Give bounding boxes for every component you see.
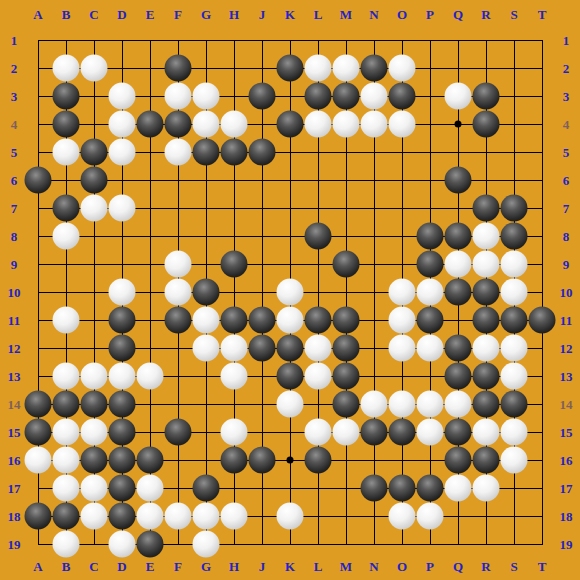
black-stone-B3[interactable] [53,83,80,110]
white-stone-F9[interactable] [165,251,192,278]
white-stone-O10[interactable] [389,279,416,306]
white-stone-L15[interactable] [305,419,332,446]
black-stone-A18[interactable] [25,503,52,530]
row-label-11-right: 11 [560,314,572,327]
black-stone-P8[interactable] [417,223,444,250]
black-stone-D16[interactable] [109,447,136,474]
row-label-19-left: 19 [8,538,21,551]
column-label-S-top: S [510,8,517,21]
column-label-G-bottom: G [201,560,211,573]
row-label-8-right: 8 [563,230,570,243]
white-stone-C15[interactable] [81,419,108,446]
white-stone-S16[interactable] [501,447,528,474]
black-stone-B4[interactable] [53,111,80,138]
black-stone-A6[interactable] [25,167,52,194]
white-stone-R8[interactable] [473,223,500,250]
black-stone-S8[interactable] [501,223,528,250]
black-stone-J3[interactable] [249,83,276,110]
black-stone-R4[interactable] [473,111,500,138]
white-stone-M4[interactable] [333,111,360,138]
black-stone-G5[interactable] [193,139,220,166]
white-stone-B15[interactable] [53,419,80,446]
column-label-Q-bottom: Q [453,560,463,573]
black-stone-Q15[interactable] [445,419,472,446]
white-stone-G19[interactable] [193,531,220,558]
column-label-D-top: D [117,8,126,21]
row-label-13-right: 13 [560,370,573,383]
white-stone-G18[interactable] [193,503,220,530]
black-stone-K13[interactable] [277,363,304,390]
white-stone-B17[interactable] [53,475,80,502]
star-point-Q4 [455,121,462,128]
black-stone-T11[interactable] [529,307,556,334]
black-stone-R7[interactable] [473,195,500,222]
row-label-1-right: 1 [563,34,570,47]
row-label-7-right: 7 [563,202,570,215]
white-stone-G11[interactable] [193,307,220,334]
black-stone-S14[interactable] [501,391,528,418]
black-stone-J11[interactable] [249,307,276,334]
white-stone-R9[interactable] [473,251,500,278]
column-label-H-bottom: H [229,560,239,573]
row-label-6-right: 6 [563,174,570,187]
row-label-18-right: 18 [560,510,573,523]
white-stone-K14[interactable] [277,391,304,418]
white-stone-F10[interactable] [165,279,192,306]
column-label-K-bottom: K [285,560,295,573]
white-stone-L2[interactable] [305,55,332,82]
black-stone-P17[interactable] [417,475,444,502]
column-label-T-bottom: T [538,560,547,573]
white-stone-O14[interactable] [389,391,416,418]
white-stone-F3[interactable] [165,83,192,110]
white-stone-S13[interactable] [501,363,528,390]
white-stone-G3[interactable] [193,83,220,110]
row-label-10-left: 10 [8,286,21,299]
white-stone-D13[interactable] [109,363,136,390]
black-stone-H9[interactable] [221,251,248,278]
row-label-2-right: 2 [563,62,570,75]
row-label-12-left: 12 [8,342,21,355]
white-stone-D4[interactable] [109,111,136,138]
row-label-3-right: 3 [563,90,570,103]
row-label-9-left: 9 [11,258,18,271]
white-stone-Q14[interactable] [445,391,472,418]
white-stone-O11[interactable] [389,307,416,334]
black-stone-A14[interactable] [25,391,52,418]
white-stone-H18[interactable] [221,503,248,530]
white-stone-H12[interactable] [221,335,248,362]
black-stone-M11[interactable] [333,307,360,334]
black-stone-K12[interactable] [277,335,304,362]
black-stone-G10[interactable] [193,279,220,306]
white-stone-N4[interactable] [361,111,388,138]
black-stone-F2[interactable] [165,55,192,82]
black-stone-C14[interactable] [81,391,108,418]
white-stone-C13[interactable] [81,363,108,390]
row-label-14-right: 14 [560,398,573,411]
black-stone-P11[interactable] [417,307,444,334]
column-label-F-bottom: F [174,560,182,573]
column-label-N-top: N [369,8,378,21]
white-stone-M15[interactable] [333,419,360,446]
black-stone-R3[interactable] [473,83,500,110]
black-stone-D17[interactable] [109,475,136,502]
white-stone-C7[interactable] [81,195,108,222]
white-stone-C2[interactable] [81,55,108,82]
black-stone-B7[interactable] [53,195,80,222]
column-label-L-top: L [314,8,323,21]
white-stone-E17[interactable] [137,475,164,502]
white-stone-O2[interactable] [389,55,416,82]
row-label-16-right: 16 [560,454,573,467]
white-stone-K18[interactable] [277,503,304,530]
white-stone-B16[interactable] [53,447,80,474]
black-stone-H16[interactable] [221,447,248,474]
black-stone-J16[interactable] [249,447,276,474]
white-stone-L12[interactable] [305,335,332,362]
black-stone-R11[interactable] [473,307,500,334]
column-label-O-top: O [397,8,407,21]
column-label-D-bottom: D [117,560,126,573]
black-stone-R14[interactable] [473,391,500,418]
row-label-18-left: 18 [8,510,21,523]
black-stone-E4[interactable] [137,111,164,138]
black-stone-S7[interactable] [501,195,528,222]
column-label-O-bottom: O [397,560,407,573]
column-label-T-top: T [538,8,547,21]
white-stone-D7[interactable] [109,195,136,222]
white-stone-H13[interactable] [221,363,248,390]
white-stone-B19[interactable] [53,531,80,558]
black-stone-Q8[interactable] [445,223,472,250]
column-label-K-top: K [285,8,295,21]
black-stone-O17[interactable] [389,475,416,502]
white-stone-K11[interactable] [277,307,304,334]
white-stone-D5[interactable] [109,139,136,166]
column-label-S-bottom: S [510,560,517,573]
column-label-M-top: M [340,8,352,21]
black-stone-L11[interactable] [305,307,332,334]
black-stone-F4[interactable] [165,111,192,138]
row-label-4-left: 4 [11,118,18,131]
column-label-A-bottom: A [33,560,42,573]
white-stone-Q9[interactable] [445,251,472,278]
black-stone-O15[interactable] [389,419,416,446]
black-stone-N17[interactable] [361,475,388,502]
row-label-2-left: 2 [11,62,18,75]
white-stone-Q3[interactable] [445,83,472,110]
white-stone-B11[interactable] [53,307,80,334]
column-label-B-bottom: B [62,560,71,573]
white-stone-S10[interactable] [501,279,528,306]
black-stone-E16[interactable] [137,447,164,474]
black-stone-L8[interactable] [305,223,332,250]
column-label-H-top: H [229,8,239,21]
black-stone-F15[interactable] [165,419,192,446]
black-stone-H5[interactable] [221,139,248,166]
row-label-13-left: 13 [8,370,21,383]
black-stone-N2[interactable] [361,55,388,82]
column-label-L-bottom: L [314,560,323,573]
black-stone-M9[interactable] [333,251,360,278]
column-label-C-top: C [89,8,98,21]
star-point-K16 [287,457,294,464]
column-label-C-bottom: C [89,560,98,573]
black-stone-Q16[interactable] [445,447,472,474]
column-label-J-top: J [259,8,266,21]
white-stone-D3[interactable] [109,83,136,110]
column-label-R-bottom: R [481,560,490,573]
black-stone-J5[interactable] [249,139,276,166]
white-stone-B8[interactable] [53,223,80,250]
white-stone-O4[interactable] [389,111,416,138]
black-stone-H11[interactable] [221,307,248,334]
white-stone-P18[interactable] [417,503,444,530]
row-label-12-right: 12 [560,342,573,355]
white-stone-A16[interactable] [25,447,52,474]
column-label-B-top: B [62,8,71,21]
white-stone-E13[interactable] [137,363,164,390]
white-stone-C18[interactable] [81,503,108,530]
row-label-10-right: 10 [560,286,573,299]
white-stone-L13[interactable] [305,363,332,390]
white-stone-S12[interactable] [501,335,528,362]
black-stone-E19[interactable] [137,531,164,558]
black-stone-G17[interactable] [193,475,220,502]
black-stone-M3[interactable] [333,83,360,110]
black-stone-Q10[interactable] [445,279,472,306]
row-label-9-right: 9 [563,258,570,271]
column-label-P-top: P [426,8,434,21]
column-label-E-bottom: E [146,560,155,573]
black-stone-N15[interactable] [361,419,388,446]
white-stone-N14[interactable] [361,391,388,418]
column-label-F-top: F [174,8,182,21]
row-label-15-right: 15 [560,426,573,439]
row-label-3-left: 3 [11,90,18,103]
white-stone-R12[interactable] [473,335,500,362]
black-stone-P9[interactable] [417,251,444,278]
white-stone-P14[interactable] [417,391,444,418]
white-stone-D10[interactable] [109,279,136,306]
row-label-14-left: 14 [8,398,21,411]
black-stone-M13[interactable] [333,363,360,390]
white-stone-Q17[interactable] [445,475,472,502]
black-stone-D12[interactable] [109,335,136,362]
row-label-17-right: 17 [560,482,573,495]
white-stone-F18[interactable] [165,503,192,530]
white-stone-K10[interactable] [277,279,304,306]
black-stone-D18[interactable] [109,503,136,530]
black-stone-F11[interactable] [165,307,192,334]
white-stone-P10[interactable] [417,279,444,306]
row-label-16-left: 16 [8,454,21,467]
white-stone-D19[interactable] [109,531,136,558]
row-label-6-left: 6 [11,174,18,187]
white-stone-O18[interactable] [389,503,416,530]
column-label-P-bottom: P [426,560,434,573]
white-stone-B13[interactable] [53,363,80,390]
white-stone-P15[interactable] [417,419,444,446]
column-label-G-top: G [201,8,211,21]
white-stone-H15[interactable] [221,419,248,446]
black-stone-K2[interactable] [277,55,304,82]
black-stone-L3[interactable] [305,83,332,110]
row-label-4-right: 4 [563,118,570,131]
column-label-J-bottom: J [259,560,266,573]
row-label-1-left: 1 [11,34,18,47]
white-stone-G12[interactable] [193,335,220,362]
black-stone-K4[interactable] [277,111,304,138]
black-stone-D14[interactable] [109,391,136,418]
black-stone-Q6[interactable] [445,167,472,194]
black-stone-M14[interactable] [333,391,360,418]
black-stone-C16[interactable] [81,447,108,474]
black-stone-L16[interactable] [305,447,332,474]
white-stone-S15[interactable] [501,419,528,446]
white-stone-R17[interactable] [473,475,500,502]
black-stone-C6[interactable] [81,167,108,194]
column-label-R-top: R [481,8,490,21]
black-stone-B14[interactable] [53,391,80,418]
black-stone-R13[interactable] [473,363,500,390]
row-label-5-left: 5 [11,146,18,159]
white-stone-S9[interactable] [501,251,528,278]
row-label-7-left: 7 [11,202,18,215]
row-label-15-left: 15 [8,426,21,439]
white-stone-R15[interactable] [473,419,500,446]
white-stone-H4[interactable] [221,111,248,138]
white-stone-B2[interactable] [53,55,80,82]
white-stone-N3[interactable] [361,83,388,110]
black-stone-O3[interactable] [389,83,416,110]
go-board[interactable]: AABBCCDDEEFFGGHHJJKKLLMMNNOOPPQQRRSSTT11… [0,0,580,580]
white-stone-P12[interactable] [417,335,444,362]
black-stone-B18[interactable] [53,503,80,530]
white-stone-O12[interactable] [389,335,416,362]
column-label-E-top: E [146,8,155,21]
white-stone-M2[interactable] [333,55,360,82]
column-label-M-bottom: M [340,560,352,573]
white-stone-F5[interactable] [165,139,192,166]
row-label-5-right: 5 [563,146,570,159]
column-label-Q-top: Q [453,8,463,21]
black-stone-Q12[interactable] [445,335,472,362]
black-stone-S11[interactable] [501,307,528,334]
white-stone-C17[interactable] [81,475,108,502]
row-label-11-left: 11 [8,314,20,327]
row-label-19-right: 19 [560,538,573,551]
black-stone-D15[interactable] [109,419,136,446]
black-stone-Q13[interactable] [445,363,472,390]
white-stone-E18[interactable] [137,503,164,530]
black-stone-R10[interactable] [473,279,500,306]
row-label-17-left: 17 [8,482,21,495]
white-stone-L4[interactable] [305,111,332,138]
black-stone-R16[interactable] [473,447,500,474]
grid-line-vertical [542,40,543,545]
black-stone-J12[interactable] [249,335,276,362]
black-stone-D11[interactable] [109,307,136,334]
column-label-N-bottom: N [369,560,378,573]
black-stone-C5[interactable] [81,139,108,166]
column-label-A-top: A [33,8,42,21]
row-label-8-left: 8 [11,230,18,243]
black-stone-A15[interactable] [25,419,52,446]
black-stone-M12[interactable] [333,335,360,362]
white-stone-G4[interactable] [193,111,220,138]
white-stone-B5[interactable] [53,139,80,166]
